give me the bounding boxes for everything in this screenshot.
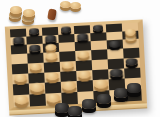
checker-piece-light[interactable] bbox=[61, 61, 74, 69]
checker-piece-black-off-board[interactable] bbox=[68, 106, 82, 116]
checker-piece-black[interactable] bbox=[93, 25, 103, 32]
checker-piece-light[interactable] bbox=[46, 93, 61, 103]
checker-piece-black[interactable] bbox=[110, 68, 123, 77]
checker-piece-light[interactable] bbox=[14, 95, 29, 105]
board-square[interactable] bbox=[77, 80, 94, 92]
checker-piece-light[interactable] bbox=[78, 70, 91, 79]
checker-piece-light[interactable] bbox=[45, 52, 57, 60]
board-square[interactable] bbox=[61, 81, 78, 93]
checkers-board bbox=[5, 19, 147, 115]
board-square[interactable] bbox=[13, 94, 30, 106]
checker-piece-light-off-board[interactable] bbox=[23, 9, 35, 17]
checker-piece-black[interactable] bbox=[125, 58, 138, 66]
checker-piece-black[interactable] bbox=[45, 35, 56, 42]
checker-piece-black-off-board[interactable] bbox=[127, 83, 141, 93]
checker-piece-black-off-board[interactable] bbox=[55, 103, 69, 113]
board-square[interactable] bbox=[29, 94, 46, 106]
board-square[interactable] bbox=[45, 82, 62, 94]
checkers-set-photo bbox=[0, 0, 160, 117]
checker-piece-black[interactable] bbox=[29, 28, 39, 35]
checker-piece-light[interactable] bbox=[125, 29, 136, 36]
checker-piece-black[interactable] bbox=[109, 40, 121, 48]
checker-piece-light[interactable] bbox=[94, 79, 108, 88]
board-square[interactable] bbox=[13, 83, 30, 95]
checker-piece-black-off-board[interactable] bbox=[114, 88, 128, 98]
checker-piece-light[interactable] bbox=[30, 83, 44, 92]
checker-piece-light[interactable] bbox=[30, 63, 43, 71]
checker-piece-black-off-board[interactable] bbox=[97, 94, 111, 104]
checker-piece-black[interactable] bbox=[77, 33, 88, 40]
checker-piece-black[interactable] bbox=[13, 37, 24, 44]
board-square[interactable] bbox=[93, 79, 110, 91]
board-square[interactable] bbox=[29, 83, 46, 95]
checker-piece-light[interactable] bbox=[46, 72, 59, 81]
checker-piece-light[interactable] bbox=[62, 81, 76, 90]
checker-piece-black-off-board[interactable] bbox=[82, 99, 96, 109]
checker-piece-light[interactable] bbox=[14, 73, 27, 82]
checker-piece-light-off-board[interactable] bbox=[70, 2, 81, 9]
checker-piece-black[interactable] bbox=[61, 26, 71, 33]
checker-piece-light-off-board[interactable] bbox=[10, 6, 22, 14]
brown-checker-on-side[interactable] bbox=[47, 8, 57, 20]
checker-piece-black[interactable] bbox=[29, 44, 41, 52]
checker-piece-light[interactable] bbox=[77, 51, 89, 59]
checker-piece-light[interactable] bbox=[45, 43, 57, 51]
